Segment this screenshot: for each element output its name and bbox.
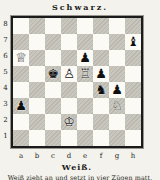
board-block: 87654321 ♝♕♟♚♙♖♟♞♟♟♘♔ <box>0 13 160 148</box>
square-g7 <box>109 34 125 50</box>
black-king-piece: ♚ <box>47 66 59 82</box>
square-h8 <box>125 18 141 34</box>
square-e7 <box>77 34 93 50</box>
black-knight-piece: ♞ <box>95 82 107 98</box>
rank-label-1: 1 <box>0 128 11 144</box>
square-d2: ♔ <box>61 114 77 130</box>
square-f1 <box>93 130 109 146</box>
square-c4 <box>45 82 61 98</box>
file-label-c: c <box>45 152 61 160</box>
square-a6: ♕ <box>13 50 29 66</box>
square-d5: ♙ <box>61 66 77 82</box>
chess-board: ♝♕♟♚♙♖♟♞♟♟♘♔ <box>13 18 141 146</box>
square-f7 <box>93 34 109 50</box>
file-label-d: d <box>61 152 77 160</box>
file-labels: abcdefgh <box>13 152 141 160</box>
square-a4 <box>13 82 29 98</box>
square-a8 <box>13 18 29 34</box>
square-f8 <box>93 18 109 34</box>
rank-label-2: 2 <box>0 112 11 128</box>
square-h2 <box>125 114 141 130</box>
rank-label-4: 4 <box>0 80 11 96</box>
square-e3 <box>77 98 93 114</box>
square-e5: ♖ <box>77 66 93 82</box>
black-pawn-piece: ♟ <box>95 66 107 82</box>
white-king-piece: ♔ <box>63 114 75 130</box>
board-frame: ♝♕♟♚♙♖♟♞♟♟♘♔ <box>11 16 143 148</box>
square-g1 <box>109 130 125 146</box>
square-b2 <box>29 114 45 130</box>
square-h5 <box>125 66 141 82</box>
black-bishop-piece: ♝ <box>127 34 139 50</box>
square-a1 <box>13 130 29 146</box>
file-label-f: f <box>93 152 109 160</box>
square-b7 <box>29 34 45 50</box>
square-a7 <box>13 34 29 50</box>
file-label-g: g <box>109 152 125 160</box>
square-c7 <box>45 34 61 50</box>
white-pawn-piece: ♙ <box>63 66 75 82</box>
chess-diagram-page: Schwarz. 87654321 ♝♕♟♚♙♖♟♞♟♟♘♔ abcdefgh … <box>0 0 160 180</box>
square-d7 <box>61 34 77 50</box>
square-g8 <box>109 18 125 34</box>
square-c6 <box>45 50 61 66</box>
square-a5 <box>13 66 29 82</box>
square-d6 <box>61 50 77 66</box>
file-label-h: h <box>125 152 141 160</box>
rank-label-5: 5 <box>0 64 11 80</box>
square-f5: ♟ <box>93 66 109 82</box>
file-label-a: a <box>13 152 29 160</box>
square-c3 <box>45 98 61 114</box>
square-f6 <box>93 50 109 66</box>
square-c5: ♚ <box>45 66 61 82</box>
black-pawn-piece: ♟ <box>15 98 27 114</box>
black-pawn-piece: ♟ <box>111 82 123 98</box>
rank-label-7: 7 <box>0 32 11 48</box>
square-e2 <box>77 114 93 130</box>
square-a2 <box>13 114 29 130</box>
square-b1 <box>29 130 45 146</box>
square-f3 <box>93 98 109 114</box>
rank-label-8: 8 <box>0 16 11 32</box>
square-h7: ♝ <box>125 34 141 50</box>
square-e1 <box>77 130 93 146</box>
square-b6 <box>29 50 45 66</box>
square-b3 <box>29 98 45 114</box>
square-h1 <box>125 130 141 146</box>
square-d8 <box>61 18 77 34</box>
square-g4: ♟ <box>109 82 125 98</box>
rank-labels: 87654321 <box>0 13 11 148</box>
square-e8 <box>77 18 93 34</box>
stipulation-caption: Weiß zieht an und setzt in vier Zügen ma… <box>0 174 160 180</box>
white-knight-piece: ♘ <box>111 98 123 114</box>
white-side-label: Weiß. <box>11 162 143 172</box>
black-side-label: Schwarz. <box>0 0 160 13</box>
square-b4 <box>29 82 45 98</box>
file-label-e: e <box>77 152 93 160</box>
square-e4 <box>77 82 93 98</box>
square-h4 <box>125 82 141 98</box>
square-e6: ♟ <box>77 50 93 66</box>
square-b8 <box>29 18 45 34</box>
square-g6 <box>109 50 125 66</box>
square-g3: ♘ <box>109 98 125 114</box>
rank-label-3: 3 <box>0 96 11 112</box>
white-rook-piece: ♖ <box>79 66 91 82</box>
white-queen-piece: ♕ <box>15 50 27 66</box>
square-f4: ♞ <box>93 82 109 98</box>
square-c1 <box>45 130 61 146</box>
square-c2 <box>45 114 61 130</box>
square-h3 <box>125 98 141 114</box>
black-pawn-piece: ♟ <box>79 50 91 66</box>
square-a3: ♟ <box>13 98 29 114</box>
square-d3 <box>61 98 77 114</box>
square-g5 <box>109 66 125 82</box>
square-d1 <box>61 130 77 146</box>
file-label-b: b <box>29 152 45 160</box>
square-c8 <box>45 18 61 34</box>
square-f2 <box>93 114 109 130</box>
square-b5 <box>29 66 45 82</box>
rank-label-6: 6 <box>0 48 11 64</box>
square-d4 <box>61 82 77 98</box>
square-h6 <box>125 50 141 66</box>
square-g2 <box>109 114 125 130</box>
